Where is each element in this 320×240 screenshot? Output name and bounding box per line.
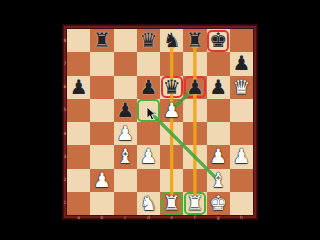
piece-black-rook[interactable]: ♜ (183, 29, 206, 52)
square-c6[interactable] (114, 76, 137, 99)
square-c3[interactable]: ♝ (114, 145, 137, 168)
square-f8[interactable]: ♜ (183, 29, 206, 52)
file-label-a: a (77, 216, 80, 220)
square-h7[interactable]: ♟ (230, 52, 253, 75)
square-d7[interactable] (137, 52, 160, 75)
square-g3[interactable]: ♟ (207, 145, 230, 168)
rank-label-3: 3 (64, 155, 67, 159)
square-f7[interactable] (183, 52, 206, 75)
square-a4[interactable] (67, 122, 90, 145)
square-g8[interactable]: ♚ (207, 29, 230, 52)
piece-black-pawn[interactable]: ♟ (230, 52, 253, 75)
square-e7[interactable] (160, 52, 183, 75)
square-e3[interactable] (160, 145, 183, 168)
square-c5[interactable]: ♟ (114, 99, 137, 122)
square-b8[interactable]: ♜ (90, 29, 113, 52)
square-h3[interactable]: ♟ (230, 145, 253, 168)
file-label-f: f (193, 216, 196, 220)
square-b5[interactable] (90, 99, 113, 122)
piece-black-pawn[interactable]: ♟ (114, 99, 137, 122)
square-d6[interactable]: ♟ (137, 76, 160, 99)
square-d5[interactable] (137, 99, 160, 122)
square-g5[interactable] (207, 99, 230, 122)
square-e4[interactable] (160, 122, 183, 145)
square-a7[interactable] (67, 52, 90, 75)
square-d8[interactable]: ♛ (137, 29, 160, 52)
square-b7[interactable] (90, 52, 113, 75)
piece-black-king[interactable]: ♚ (207, 29, 230, 52)
file-label-d: d (147, 216, 150, 220)
square-g6[interactable]: ♟ (207, 76, 230, 99)
square-b2[interactable]: ♟ (90, 169, 113, 192)
square-f5[interactable] (183, 99, 206, 122)
file-label-e: e (170, 216, 173, 220)
green-highlight-d5 (137, 99, 159, 121)
square-c2[interactable] (114, 169, 137, 192)
square-c4[interactable]: ♟ (114, 122, 137, 145)
piece-white-pawn[interactable]: ♟ (137, 145, 160, 168)
piece-white-rook[interactable]: ♜ (183, 192, 206, 215)
piece-white-pawn[interactable]: ♟ (230, 145, 253, 168)
square-d3[interactable]: ♟ (137, 145, 160, 168)
square-c7[interactable] (114, 52, 137, 75)
square-e8[interactable]: ♞ (160, 29, 183, 52)
rank-label-7: 7 (64, 62, 67, 66)
square-f4[interactable] (183, 122, 206, 145)
square-c8[interactable] (114, 29, 137, 52)
piece-white-bishop[interactable]: ♝ (207, 169, 230, 192)
piece-white-pawn[interactable]: ♟ (114, 122, 137, 145)
square-f1[interactable]: ♜ (183, 192, 206, 215)
square-h1[interactable] (230, 192, 253, 215)
square-f6[interactable]: ♟ (183, 76, 206, 99)
square-d1[interactable]: ♞ (137, 192, 160, 215)
board-grid: ♜♛♞♜♚♟♟♟♛♟♟♛♟♟♟♝♟♟♟♟♝♞♜♜♚87654321abcdefg… (67, 29, 253, 215)
piece-white-pawn[interactable]: ♟ (207, 145, 230, 168)
rank-label-1: 1 (64, 201, 67, 205)
rank-label-6: 6 (64, 85, 67, 89)
square-a8[interactable] (67, 29, 90, 52)
square-b4[interactable] (90, 122, 113, 145)
piece-black-pawn[interactable]: ♟ (207, 76, 230, 99)
square-d2[interactable] (137, 169, 160, 192)
square-h5[interactable] (230, 99, 253, 122)
square-h4[interactable] (230, 122, 253, 145)
square-h2[interactable] (230, 169, 253, 192)
square-h6[interactable]: ♛ (230, 76, 253, 99)
square-g4[interactable] (207, 122, 230, 145)
square-g7[interactable] (207, 52, 230, 75)
square-b3[interactable] (90, 145, 113, 168)
square-d4[interactable] (137, 122, 160, 145)
rank-label-4: 4 (64, 132, 67, 136)
piece-white-knight[interactable]: ♞ (137, 192, 160, 215)
square-a5[interactable] (67, 99, 90, 122)
square-a3[interactable] (67, 145, 90, 168)
piece-black-knight[interactable]: ♞ (160, 29, 183, 52)
square-f3[interactable] (183, 145, 206, 168)
square-g2[interactable]: ♝ (207, 169, 230, 192)
piece-black-pawn[interactable]: ♟ (183, 76, 206, 99)
piece-black-queen[interactable]: ♛ (137, 29, 160, 52)
piece-white-bishop[interactable]: ♝ (114, 145, 137, 168)
file-label-c: c (124, 216, 127, 220)
square-e6[interactable]: ♛ (160, 76, 183, 99)
square-c1[interactable] (114, 192, 137, 215)
piece-white-queen[interactable]: ♛ (230, 76, 253, 99)
file-label-b: b (100, 216, 103, 220)
rank-label-5: 5 (64, 108, 67, 112)
piece-white-pawn[interactable]: ♟ (90, 169, 113, 192)
square-e5[interactable]: ♟ (160, 99, 183, 122)
file-label-h: h (240, 216, 243, 220)
square-g1[interactable]: ♚ (207, 192, 230, 215)
square-a6[interactable]: ♟ (67, 76, 90, 99)
piece-black-pawn[interactable]: ♟ (67, 76, 90, 99)
piece-black-rook[interactable]: ♜ (90, 29, 113, 52)
piece-white-rook[interactable]: ♜ (160, 192, 183, 215)
chess-board-frame: ♜♛♞♜♚♟♟♟♛♟♟♛♟♟♟♝♟♟♟♟♝♞♜♜♚87654321abcdefg… (62, 24, 258, 220)
piece-white-pawn[interactable]: ♟ (160, 99, 183, 122)
square-a2[interactable] (67, 169, 90, 192)
square-b1[interactable] (90, 192, 113, 215)
square-h8[interactable] (230, 29, 253, 52)
square-e2[interactable] (160, 169, 183, 192)
square-b6[interactable] (90, 76, 113, 99)
file-label-g: g (217, 216, 220, 220)
square-a1[interactable] (67, 192, 90, 215)
piece-black-pawn[interactable]: ♟ (137, 76, 160, 99)
square-f2[interactable] (183, 169, 206, 192)
piece-white-king[interactable]: ♚ (207, 192, 230, 215)
video-frame: ♜♛♞♜♚♟♟♟♛♟♟♛♟♟♟♝♟♟♟♟♝♞♜♜♚87654321abcdefg… (0, 0, 320, 240)
piece-black-queen[interactable]: ♛ (160, 76, 183, 99)
rank-label-2: 2 (64, 178, 67, 182)
rank-label-8: 8 (64, 39, 67, 43)
square-e1[interactable]: ♜ (160, 192, 183, 215)
